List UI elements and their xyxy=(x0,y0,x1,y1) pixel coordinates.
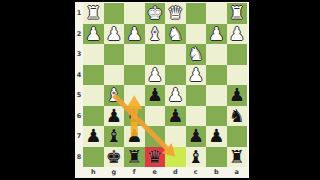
piece-white-rook-a1[interactable]: ♜ xyxy=(227,3,248,24)
rank-label-3: 3 xyxy=(75,44,83,65)
square-g2[interactable]: ♟ xyxy=(104,24,125,45)
square-c8[interactable]: ♝ xyxy=(186,147,207,168)
square-g5[interactable]: ♝ xyxy=(104,85,125,106)
file-label-d: d xyxy=(165,167,186,178)
piece-black-pawn-c7[interactable]: ♟ xyxy=(186,126,207,147)
square-a7[interactable] xyxy=(227,126,248,147)
square-h3[interactable] xyxy=(83,44,104,65)
square-g8[interactable]: ♚ xyxy=(104,147,125,168)
square-d4[interactable] xyxy=(165,65,186,86)
square-h4[interactable] xyxy=(83,65,104,86)
square-a8[interactable]: ♜ xyxy=(227,147,248,168)
square-c7[interactable]: ♟ xyxy=(186,126,207,147)
piece-white-pawn-c4[interactable]: ♟ xyxy=(186,65,207,86)
square-b2[interactable]: ♟ xyxy=(206,24,227,45)
file-label-c: c xyxy=(186,167,207,178)
square-f5[interactable] xyxy=(124,85,145,106)
file-label-a: a xyxy=(227,167,248,178)
square-g1[interactable] xyxy=(104,3,125,24)
square-b1[interactable] xyxy=(206,3,227,24)
piece-black-bishop-c8[interactable]: ♝ xyxy=(186,147,207,168)
piece-white-bishop-g5[interactable]: ♝ xyxy=(104,85,125,106)
square-d7[interactable] xyxy=(165,126,186,147)
piece-black-knight-f6[interactable]: ♞ xyxy=(124,106,145,127)
piece-black-pawn-h7[interactable]: ♟ xyxy=(83,126,104,147)
square-e7[interactable] xyxy=(145,126,166,147)
rank-labels: 12345678 xyxy=(75,3,83,167)
rank-label-8: 8 xyxy=(75,147,83,168)
piece-white-pawn-e4[interactable]: ♟ xyxy=(145,65,166,86)
square-e6[interactable] xyxy=(145,106,166,127)
square-b7[interactable]: ♟ xyxy=(206,126,227,147)
square-h5[interactable] xyxy=(83,85,104,106)
piece-white-knight-d2[interactable]: ♞ xyxy=(165,24,186,45)
square-h1[interactable]: ♜ xyxy=(83,3,104,24)
rank-label-4: 4 xyxy=(75,65,83,86)
square-e1[interactable]: ♚ xyxy=(145,3,166,24)
square-b6[interactable] xyxy=(206,106,227,127)
piece-black-queen-e8[interactable]: ♛ xyxy=(145,147,166,168)
square-a5[interactable]: ♟ xyxy=(227,85,248,106)
square-f1[interactable] xyxy=(124,3,145,24)
piece-black-pawn-g6[interactable]: ♟ xyxy=(104,106,125,127)
square-c1[interactable] xyxy=(186,3,207,24)
file-label-h: h xyxy=(83,167,104,178)
file-label-f: f xyxy=(124,167,145,178)
file-label-e: e xyxy=(145,167,166,178)
square-b4[interactable] xyxy=(206,65,227,86)
piece-white-pawn-g2[interactable]: ♟ xyxy=(104,24,125,45)
piece-black-pawn-e5[interactable]: ♟ xyxy=(145,85,166,106)
rank-label-6: 6 xyxy=(75,106,83,127)
square-e8[interactable]: ♛ xyxy=(145,147,166,168)
square-g7[interactable]: ♝ xyxy=(104,126,125,147)
square-f7[interactable]: ♟ xyxy=(124,126,145,147)
piece-black-pawn-f7[interactable]: ♟ xyxy=(124,126,145,147)
square-b3[interactable] xyxy=(206,44,227,65)
square-d6[interactable]: ♟ xyxy=(165,106,186,127)
piece-black-pawn-a5[interactable]: ♟ xyxy=(227,85,248,106)
square-c5[interactable] xyxy=(186,85,207,106)
square-g6[interactable]: ♟ xyxy=(104,106,125,127)
square-e2[interactable]: ♝ xyxy=(145,24,166,45)
screenshot-stage: 12345678 ♜♚♛♜♟♟♟♝♞♟♟♞♟♟♝♟♟♟♟♞♟♞♟♝♟♟♟♚♜♛♝… xyxy=(0,0,320,180)
rank-label-5: 5 xyxy=(75,85,83,106)
piece-white-pawn-d5[interactable]: ♟ xyxy=(165,85,186,106)
square-g4[interactable] xyxy=(104,65,125,86)
square-d3[interactable] xyxy=(165,44,186,65)
rank-label-2: 2 xyxy=(75,24,83,45)
square-d5[interactable]: ♟ xyxy=(165,85,186,106)
square-f6[interactable]: ♞ xyxy=(124,106,145,127)
square-d8[interactable] xyxy=(165,147,186,168)
piece-black-king-g8[interactable]: ♚ xyxy=(104,147,125,168)
right-black-bar xyxy=(249,0,320,180)
square-e3[interactable] xyxy=(145,44,166,65)
piece-black-pawn-b7[interactable]: ♟ xyxy=(206,126,227,147)
piece-white-pawn-f2[interactable]: ♟ xyxy=(124,24,145,45)
square-d1[interactable]: ♛ xyxy=(165,3,186,24)
square-c2[interactable] xyxy=(186,24,207,45)
square-a3[interactable] xyxy=(227,44,248,65)
square-b5[interactable] xyxy=(206,85,227,106)
square-f2[interactable]: ♟ xyxy=(124,24,145,45)
square-h8[interactable] xyxy=(83,147,104,168)
square-h2[interactable]: ♟ xyxy=(83,24,104,45)
piece-white-bishop-e2[interactable]: ♝ xyxy=(145,24,166,45)
piece-white-knight-c3[interactable]: ♞ xyxy=(186,44,207,65)
rank-label-7: 7 xyxy=(75,126,83,147)
piece-black-rook-f8[interactable]: ♜ xyxy=(124,147,145,168)
square-g3[interactable] xyxy=(104,44,125,65)
piece-white-king-e1[interactable]: ♚ xyxy=(145,3,166,24)
square-h6[interactable] xyxy=(83,106,104,127)
square-b8[interactable] xyxy=(206,147,227,168)
file-labels: hgfedcba xyxy=(83,167,247,178)
square-c4[interactable]: ♟ xyxy=(186,65,207,86)
piece-white-pawn-a2[interactable]: ♟ xyxy=(227,24,248,45)
square-f3[interactable] xyxy=(124,44,145,65)
square-c3[interactable]: ♞ xyxy=(186,44,207,65)
file-label-b: b xyxy=(206,167,227,178)
piece-white-rook-h1[interactable]: ♜ xyxy=(83,3,104,24)
square-d2[interactable]: ♞ xyxy=(165,24,186,45)
square-a2[interactable]: ♟ xyxy=(227,24,248,45)
chess-board[interactable]: ♜♚♛♜♟♟♟♝♞♟♟♞♟♟♝♟♟♟♟♞♟♞♟♝♟♟♟♚♜♛♝♜ xyxy=(83,3,247,167)
square-h7[interactable]: ♟ xyxy=(83,126,104,147)
piece-black-bishop-g7[interactable]: ♝ xyxy=(104,126,125,147)
square-e5[interactable]: ♟ xyxy=(145,85,166,106)
square-a1[interactable]: ♜ xyxy=(227,3,248,24)
square-a4[interactable] xyxy=(227,65,248,86)
square-c6[interactable] xyxy=(186,106,207,127)
rank-label-1: 1 xyxy=(75,3,83,24)
square-f4[interactable] xyxy=(124,65,145,86)
piece-black-knight-a6[interactable]: ♞ xyxy=(227,106,248,127)
piece-white-pawn-b2[interactable]: ♟ xyxy=(206,24,227,45)
piece-black-pawn-d6[interactable]: ♟ xyxy=(165,106,186,127)
piece-white-pawn-h2[interactable]: ♟ xyxy=(83,24,104,45)
square-e4[interactable]: ♟ xyxy=(145,65,166,86)
chess-board-panel: 12345678 ♜♚♛♜♟♟♟♝♞♟♟♞♟♟♝♟♟♟♟♞♟♞♟♝♟♟♟♚♜♛♝… xyxy=(75,2,249,178)
file-label-g: g xyxy=(104,167,125,178)
square-f8[interactable]: ♜ xyxy=(124,147,145,168)
left-black-bar xyxy=(0,0,75,180)
piece-white-queen-d1[interactable]: ♛ xyxy=(165,3,186,24)
square-a6[interactable]: ♞ xyxy=(227,106,248,127)
piece-black-rook-a8[interactable]: ♜ xyxy=(227,147,248,168)
